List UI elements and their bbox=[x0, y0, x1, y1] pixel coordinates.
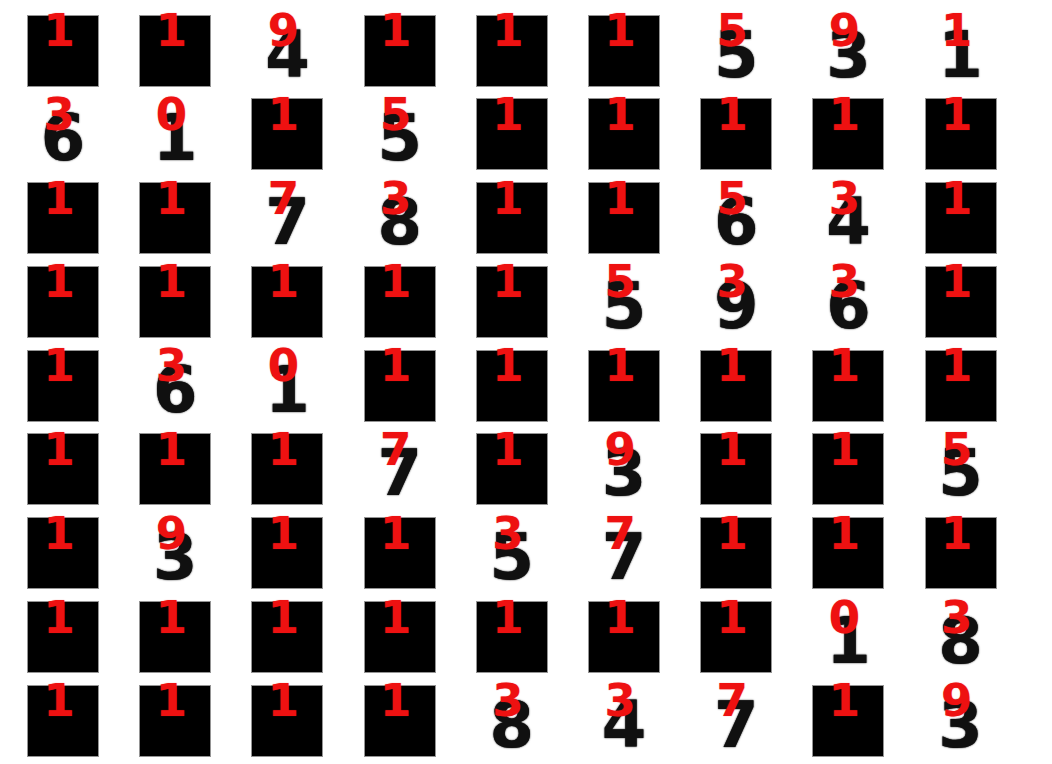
cell-r9c9: 39 bbox=[905, 678, 1017, 762]
red-label: 3 bbox=[380, 176, 411, 221]
red-label: 1 bbox=[492, 343, 523, 388]
cell-r2c6: 1 bbox=[568, 92, 680, 176]
cell-r5c9: 1 bbox=[905, 343, 1017, 427]
red-label: 1 bbox=[941, 92, 972, 137]
cell-r5c2: 63 bbox=[119, 343, 231, 427]
cell-r8c3: 1 bbox=[231, 595, 343, 679]
red-label: 1 bbox=[829, 511, 860, 556]
cell-r7c9: 1 bbox=[905, 511, 1017, 595]
cell-r5c8: 1 bbox=[792, 343, 904, 427]
red-label: 5 bbox=[941, 427, 972, 472]
cell-r2c4: 55 bbox=[344, 92, 456, 176]
cell-r9c1: 1 bbox=[7, 678, 119, 762]
cell-r2c3: 1 bbox=[231, 92, 343, 176]
cell-r3c4: 83 bbox=[344, 176, 456, 260]
cell-r8c7: 1 bbox=[680, 595, 792, 679]
red-label: 1 bbox=[268, 678, 299, 723]
red-label: 9 bbox=[156, 511, 187, 556]
red-label: 1 bbox=[380, 343, 411, 388]
cell-r4c9: 1 bbox=[905, 259, 1017, 343]
red-label: 1 bbox=[829, 678, 860, 723]
cell-r6c6: 39 bbox=[568, 427, 680, 511]
red-label: 9 bbox=[604, 427, 635, 472]
red-label: 1 bbox=[43, 511, 74, 556]
cell-r7c6: 77 bbox=[568, 511, 680, 595]
cell-r9c8: 1 bbox=[792, 678, 904, 762]
cell-r2c7: 1 bbox=[680, 92, 792, 176]
cell-r5c4: 1 bbox=[344, 343, 456, 427]
red-label: 9 bbox=[268, 8, 299, 53]
red-label: 1 bbox=[492, 259, 523, 304]
cell-r1c3: 49 bbox=[231, 8, 343, 92]
cell-r7c5: 53 bbox=[456, 511, 568, 595]
cell-r3c5: 1 bbox=[456, 176, 568, 260]
cell-r6c1: 1 bbox=[7, 427, 119, 511]
red-label: 1 bbox=[492, 8, 523, 53]
red-label: 1 bbox=[156, 8, 187, 53]
cell-r3c6: 1 bbox=[568, 176, 680, 260]
red-label: 1 bbox=[43, 259, 74, 304]
cell-r9c2: 1 bbox=[119, 678, 231, 762]
cell-r2c9: 1 bbox=[905, 92, 1017, 176]
red-label: 3 bbox=[492, 511, 523, 556]
red-label: 1 bbox=[380, 259, 411, 304]
cell-r6c8: 1 bbox=[792, 427, 904, 511]
red-label: 1 bbox=[43, 427, 74, 472]
red-label: 1 bbox=[268, 511, 299, 556]
red-label: 1 bbox=[717, 427, 748, 472]
red-label: 3 bbox=[492, 678, 523, 723]
cell-r9c4: 1 bbox=[344, 678, 456, 762]
red-label: 5 bbox=[380, 92, 411, 137]
cell-r2c1: 63 bbox=[7, 92, 119, 176]
red-label: 1 bbox=[941, 343, 972, 388]
red-label: 1 bbox=[156, 678, 187, 723]
red-label: 1 bbox=[43, 343, 74, 388]
red-label: 7 bbox=[717, 678, 748, 723]
red-label: 1 bbox=[492, 176, 523, 221]
cell-r6c2: 1 bbox=[119, 427, 231, 511]
cell-r5c3: 10 bbox=[231, 343, 343, 427]
cell-r6c9: 55 bbox=[905, 427, 1017, 511]
red-label: 1 bbox=[268, 92, 299, 137]
red-label: 1 bbox=[43, 678, 74, 723]
cell-r1c2: 1 bbox=[119, 8, 231, 92]
red-label: 1 bbox=[380, 511, 411, 556]
red-label: 1 bbox=[829, 427, 860, 472]
cell-r6c4: 77 bbox=[344, 427, 456, 511]
red-label: 1 bbox=[941, 176, 972, 221]
cell-r8c2: 1 bbox=[119, 595, 231, 679]
cell-r8c9: 83 bbox=[905, 595, 1017, 679]
cell-r1c8: 39 bbox=[792, 8, 904, 92]
red-label: 3 bbox=[717, 259, 748, 304]
red-label: 7 bbox=[268, 176, 299, 221]
red-label: 0 bbox=[829, 595, 860, 640]
cell-r5c6: 1 bbox=[568, 343, 680, 427]
red-label: 3 bbox=[156, 343, 187, 388]
cell-r2c5: 1 bbox=[456, 92, 568, 176]
cell-r3c9: 1 bbox=[905, 176, 1017, 260]
mnist-grid-figure: 1149111553911631015511111117783116543111… bbox=[0, 0, 1052, 764]
cell-r7c8: 1 bbox=[792, 511, 904, 595]
red-label: 1 bbox=[941, 259, 972, 304]
red-label: 1 bbox=[941, 8, 972, 53]
red-label: 1 bbox=[43, 176, 74, 221]
red-label: 0 bbox=[156, 92, 187, 137]
cell-r4c6: 55 bbox=[568, 259, 680, 343]
red-label: 0 bbox=[268, 343, 299, 388]
red-label: 1 bbox=[492, 595, 523, 640]
cell-r6c7: 1 bbox=[680, 427, 792, 511]
cell-r8c6: 1 bbox=[568, 595, 680, 679]
cell-r5c5: 1 bbox=[456, 343, 568, 427]
cell-r8c4: 1 bbox=[344, 595, 456, 679]
red-label: 3 bbox=[604, 678, 635, 723]
red-label: 1 bbox=[492, 92, 523, 137]
cell-r6c3: 1 bbox=[231, 427, 343, 511]
cell-r7c1: 1 bbox=[7, 511, 119, 595]
cell-r9c6: 43 bbox=[568, 678, 680, 762]
red-label: 7 bbox=[380, 427, 411, 472]
cell-r4c5: 1 bbox=[456, 259, 568, 343]
cell-r3c2: 1 bbox=[119, 176, 231, 260]
cell-r3c1: 1 bbox=[7, 176, 119, 260]
red-label: 1 bbox=[604, 8, 635, 53]
red-label: 7 bbox=[604, 511, 635, 556]
red-label: 1 bbox=[380, 595, 411, 640]
red-label: 1 bbox=[156, 176, 187, 221]
cell-r3c8: 43 bbox=[792, 176, 904, 260]
red-label: 9 bbox=[829, 8, 860, 53]
cell-r5c1: 1 bbox=[7, 343, 119, 427]
cell-r3c7: 65 bbox=[680, 176, 792, 260]
cell-r1c7: 55 bbox=[680, 8, 792, 92]
cell-r1c4: 1 bbox=[344, 8, 456, 92]
red-label: 3 bbox=[829, 176, 860, 221]
cell-grid: 1149111553911631015511111117783116543111… bbox=[7, 8, 1017, 762]
cell-r9c5: 83 bbox=[456, 678, 568, 762]
cell-r8c8: 10 bbox=[792, 595, 904, 679]
red-label: 1 bbox=[156, 595, 187, 640]
red-label: 1 bbox=[268, 427, 299, 472]
cell-r4c2: 1 bbox=[119, 259, 231, 343]
cell-r1c6: 1 bbox=[568, 8, 680, 92]
red-label: 5 bbox=[717, 176, 748, 221]
red-label: 1 bbox=[829, 92, 860, 137]
red-label: 1 bbox=[941, 511, 972, 556]
red-label: 1 bbox=[717, 343, 748, 388]
cell-r7c3: 1 bbox=[231, 511, 343, 595]
red-label: 1 bbox=[717, 92, 748, 137]
cell-r6c5: 1 bbox=[456, 427, 568, 511]
cell-r9c3: 1 bbox=[231, 678, 343, 762]
cell-r8c5: 1 bbox=[456, 595, 568, 679]
red-label: 3 bbox=[43, 92, 74, 137]
cell-r4c3: 1 bbox=[231, 259, 343, 343]
red-label: 5 bbox=[604, 259, 635, 304]
red-label: 1 bbox=[156, 259, 187, 304]
cell-r7c4: 1 bbox=[344, 511, 456, 595]
cell-r7c7: 1 bbox=[680, 511, 792, 595]
red-label: 1 bbox=[380, 678, 411, 723]
cell-r2c8: 1 bbox=[792, 92, 904, 176]
red-label: 1 bbox=[492, 427, 523, 472]
cell-r4c7: 93 bbox=[680, 259, 792, 343]
red-label: 3 bbox=[941, 595, 972, 640]
cell-r7c2: 39 bbox=[119, 511, 231, 595]
cell-r1c9: 11 bbox=[905, 8, 1017, 92]
cell-r4c4: 1 bbox=[344, 259, 456, 343]
cell-r1c5: 1 bbox=[456, 8, 568, 92]
cell-r2c2: 10 bbox=[119, 92, 231, 176]
cell-r8c1: 1 bbox=[7, 595, 119, 679]
red-label: 1 bbox=[380, 8, 411, 53]
red-label: 1 bbox=[268, 595, 299, 640]
cell-r4c1: 1 bbox=[7, 259, 119, 343]
cell-r1c1: 1 bbox=[7, 8, 119, 92]
red-label: 1 bbox=[604, 595, 635, 640]
cell-r5c7: 1 bbox=[680, 343, 792, 427]
red-label: 1 bbox=[604, 176, 635, 221]
red-label: 3 bbox=[829, 259, 860, 304]
red-label: 9 bbox=[941, 678, 972, 723]
red-label: 1 bbox=[604, 343, 635, 388]
red-label: 1 bbox=[717, 511, 748, 556]
cell-r3c3: 77 bbox=[231, 176, 343, 260]
red-label: 1 bbox=[268, 259, 299, 304]
red-label: 5 bbox=[717, 8, 748, 53]
red-label: 1 bbox=[43, 595, 74, 640]
cell-r9c7: 77 bbox=[680, 678, 792, 762]
red-label: 1 bbox=[829, 343, 860, 388]
red-label: 1 bbox=[717, 595, 748, 640]
red-label: 1 bbox=[43, 8, 74, 53]
cell-r4c8: 63 bbox=[792, 259, 904, 343]
red-label: 1 bbox=[156, 427, 187, 472]
red-label: 1 bbox=[604, 92, 635, 137]
